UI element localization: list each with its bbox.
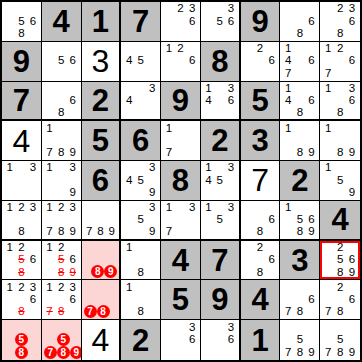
candidate-grid: 1267 <box>320 42 360 81</box>
candidate-grid: 356 <box>201 2 239 41</box>
cell-r8c7[interactable]: 4 <box>241 280 281 320</box>
cell-r9c3[interactable]: 4 <box>82 320 122 360</box>
candidate-mark: 2 <box>334 43 346 55</box>
given-digit: 3 <box>291 245 308 276</box>
cell-r9c6[interactable]: 36 <box>201 320 241 360</box>
cell-r4c9[interactable]: 189 <box>320 121 360 161</box>
cell-r5c5[interactable]: 8 <box>161 161 201 201</box>
candidate-mark: 9 <box>346 346 358 359</box>
cell-r6c1[interactable]: 1238 <box>2 201 42 241</box>
cell-r8c8[interactable]: 678 <box>280 280 320 320</box>
candidate-mark: 6 <box>306 15 318 27</box>
candidate-mark: 1 <box>163 43 175 55</box>
candidate-mark: 1 <box>44 162 56 174</box>
candidate-mark: 9 <box>67 226 79 238</box>
given-digit: 3 <box>251 125 268 156</box>
cell-r5c9[interactable]: 159 <box>320 161 360 201</box>
candidate-mark: 6 <box>27 254 39 266</box>
candidate-mark: 8 <box>294 106 306 118</box>
candidate-mark: 8 <box>294 147 306 159</box>
candidate-mark: 1 <box>203 162 214 174</box>
cell-r8c2[interactable]: 123678 <box>42 280 82 320</box>
candidate-mark: 6 <box>306 55 318 67</box>
cell-r7c5[interactable]: 4 <box>161 241 201 281</box>
candidate-mark: 8 <box>294 306 306 318</box>
given-digit: 6 <box>132 125 149 156</box>
highlighted-candidate-mark: 5 <box>15 333 28 346</box>
candidate-mark: 6 <box>346 55 358 67</box>
cell-r2c3[interactable]: 3 <box>82 42 122 82</box>
cell-r5c7[interactable]: 7 <box>241 161 281 201</box>
candidate-mark: 6 <box>306 294 318 306</box>
cell-r1c7[interactable]: 9 <box>241 2 281 42</box>
cell-r7c6[interactable]: 7 <box>201 241 241 281</box>
cell-r2c2[interactable]: 56 <box>42 42 82 82</box>
candidate-mark: 7 <box>163 147 175 159</box>
candidate-mark: 4 <box>282 55 294 67</box>
given-digit: 5 <box>172 284 189 315</box>
cell-r3c2[interactable]: 68 <box>42 82 82 122</box>
cell-r1c2[interactable]: 4 <box>42 2 82 42</box>
cell-r3c6[interactable]: 1346 <box>201 82 241 122</box>
cell-r8c5[interactable]: 5 <box>161 280 201 320</box>
cell-r9c2[interactable]: 5789 <box>42 320 82 360</box>
cell-r6c4[interactable]: 359 <box>121 201 161 241</box>
cell-r1c4[interactable]: 7 <box>121 2 161 42</box>
cell-r6c6[interactable]: 135 <box>201 201 241 241</box>
cell-r9c4[interactable]: 2 <box>121 320 161 360</box>
candidate-grid: 18 <box>121 280 160 319</box>
eliminated-candidate-mark: 9 <box>67 266 79 278</box>
cell-r4c7[interactable]: 3 <box>241 121 281 161</box>
candidate-mark: 3 <box>225 162 236 174</box>
candidate-grid: 1346 <box>201 82 239 120</box>
cell-r4c6[interactable]: 2 <box>201 121 241 161</box>
given-digit: 7 <box>13 85 30 116</box>
candidate-mark: 1 <box>4 242 16 254</box>
candidate-mark: 7 <box>84 226 95 238</box>
cell-r6c5[interactable]: 137 <box>161 201 201 241</box>
candidate-mark: 7 <box>44 147 56 159</box>
candidate-mark: 6 <box>266 55 278 67</box>
candidate-mark: 9 <box>67 147 79 159</box>
given-digit: 2 <box>211 125 228 156</box>
candidate-mark: 8 <box>254 226 266 238</box>
candidate-mark: 4 <box>123 55 135 67</box>
candidate-mark: 3 <box>186 321 198 334</box>
candidate-grid: 34 <box>121 82 160 120</box>
candidate-mark: 5 <box>214 174 225 186</box>
candidate-mark: 3 <box>147 83 159 95</box>
candidate-mark: 3 <box>67 162 79 174</box>
candidate-grid: 1789 <box>42 121 81 160</box>
candidate-grid: 568 <box>2 2 41 41</box>
candidate-mark: 8 <box>334 28 346 40</box>
given-digit: 4 <box>251 284 268 315</box>
candidate-mark: 6 <box>346 94 358 106</box>
candidate-mark: 6 <box>225 334 236 347</box>
cell-r1c9[interactable]: 2368 <box>320 2 360 42</box>
cell-r2c1[interactable]: 9 <box>2 42 42 82</box>
candidate-mark: 8 <box>294 28 306 40</box>
candidate-mark: 1 <box>4 162 16 174</box>
candidate-mark: 1 <box>322 83 334 95</box>
cell-r5c1[interactable]: 13 <box>2 161 42 201</box>
candidate-mark: 9 <box>346 266 358 278</box>
candidate-mark: 1 <box>44 242 56 254</box>
candidate-mark: 2 <box>254 242 266 254</box>
candidate-mark: 3 <box>225 83 236 95</box>
cell-r1c8[interactable]: 68 <box>280 2 320 42</box>
candidate-grid: 1238 <box>2 201 41 239</box>
cell-r3c7[interactable]: 5 <box>241 82 281 122</box>
cell-r3c8[interactable]: 1468 <box>280 82 320 122</box>
candidate-mark: 1 <box>163 202 175 214</box>
candidate-mark: 7 <box>282 67 294 79</box>
candidate-mark: 9 <box>67 187 79 199</box>
solved-digit: 4 <box>12 125 30 157</box>
cell-r9c8[interactable]: 5789 <box>280 320 320 360</box>
cell-r6c2[interactable]: 123789 <box>42 201 82 241</box>
cell-r2c9[interactable]: 1267 <box>320 42 360 82</box>
candidate-mark: 2 <box>334 281 346 293</box>
cell-r1c5[interactable]: 236 <box>161 2 201 42</box>
given-digit: 5 <box>92 125 109 156</box>
cell-r3c4[interactable]: 34 <box>121 82 161 122</box>
candidate-grid: 135 <box>201 201 239 239</box>
candidate-mark: 3 <box>225 321 236 334</box>
candidate-grid: 25689 <box>320 241 360 280</box>
candidate-mark: 1 <box>282 202 294 214</box>
candidate-mark: 2 <box>55 242 67 254</box>
eliminated-candidate-mark: 7 <box>44 306 56 318</box>
cell-r1c3[interactable]: 1 <box>82 2 122 42</box>
highlighted-candidate-mark: 8 <box>91 265 104 278</box>
candidate-grid: 5789 <box>280 320 319 360</box>
candidate-mark: 2 <box>16 202 28 214</box>
candidate-mark: 8 <box>334 346 346 359</box>
candidate-grid: 56 <box>42 42 81 81</box>
candidate-mark: 3 <box>147 162 159 174</box>
candidate-mark: 6 <box>225 94 236 106</box>
candidate-mark: 6 <box>67 294 79 306</box>
candidate-mark: 4 <box>123 94 135 106</box>
given-digit: 9 <box>211 284 228 315</box>
candidate-mark: 2 <box>334 3 346 15</box>
solved-digit: 4 <box>92 324 110 356</box>
candidate-mark: 4 <box>282 94 294 106</box>
candidate-grid: 126 <box>161 42 200 81</box>
candidate-mark: 2 <box>16 242 28 254</box>
candidate-grid: 26 <box>241 42 280 81</box>
candidate-mark: 3 <box>27 202 39 214</box>
candidate-mark: 1 <box>322 162 334 174</box>
cell-r5c4[interactable]: 3459 <box>121 161 161 201</box>
given-digit: 4 <box>172 245 189 276</box>
candidate-grid: 78 <box>82 280 120 319</box>
candidate-mark: 1 <box>203 202 214 214</box>
candidate-grid: 58 <box>2 320 41 360</box>
candidate-mark: 8 <box>294 346 306 359</box>
candidate-grid: 678 <box>280 280 319 319</box>
cell-r4c1[interactable]: 4 <box>2 121 42 161</box>
cell-r3c9[interactable]: 1368 <box>320 82 360 122</box>
candidate-grid: 139 <box>42 161 81 200</box>
candidate-mark: 1 <box>44 122 56 134</box>
given-digit: 4 <box>331 204 348 235</box>
candidate-mark: 5 <box>135 214 147 226</box>
candidate-grid: 189 <box>320 121 360 160</box>
candidate-mark: 3 <box>67 202 79 214</box>
candidate-grid: 359 <box>121 201 160 239</box>
eliminated-candidate-mark: 8 <box>16 266 28 278</box>
cell-r7c8[interactable]: 3 <box>280 241 320 281</box>
candidate-mark: 6 <box>67 55 79 67</box>
eliminated-candidate-mark: 5 <box>55 254 67 266</box>
candidate-mark: 8 <box>334 266 346 278</box>
given-digit: 2 <box>132 325 149 356</box>
candidate-mark: 2 <box>334 242 346 254</box>
candidate-mark: 6 <box>306 214 318 226</box>
candidate-mark: 8 <box>16 226 28 238</box>
candidate-mark: 7 <box>322 67 334 79</box>
candidate-mark: 6 <box>27 294 39 306</box>
candidate-mark: 5 <box>135 174 147 186</box>
cell-r9c9[interactable]: 5789 <box>320 320 360 360</box>
cell-r7c1[interactable]: 12658 <box>2 241 42 281</box>
candidate-grid: 12658 <box>2 241 41 280</box>
candidate-grid: 137 <box>161 201 200 239</box>
candidate-mark: 9 <box>306 346 318 359</box>
candidate-mark: 7 <box>282 306 294 318</box>
candidate-grid: 3459 <box>121 161 160 200</box>
cell-r4c8[interactable]: 189 <box>280 121 320 161</box>
cell-r3c3[interactable]: 2 <box>82 82 122 122</box>
cell-r2c7[interactable]: 26 <box>241 42 281 82</box>
candidate-mark: 7 <box>44 226 56 238</box>
candidate-mark: 1 <box>123 242 135 254</box>
candidate-mark: 4 <box>203 174 214 186</box>
cell-r8c3[interactable]: 78 <box>82 280 122 320</box>
candidate-grid: 5789 <box>42 320 81 360</box>
candidate-mark: 3 <box>186 3 198 15</box>
candidate-grid: 36 <box>201 320 239 360</box>
given-digit: 8 <box>172 165 189 196</box>
candidate-grid: 236 <box>161 2 200 41</box>
candidate-grid: 268 <box>241 241 280 280</box>
candidate-grid: 189 <box>280 121 319 160</box>
candidate-mark: 8 <box>254 266 266 278</box>
candidate-mark: 8 <box>55 226 67 238</box>
cell-r7c9[interactable]: 25689 <box>320 241 360 281</box>
candidate-mark: 3 <box>346 3 358 15</box>
candidate-mark: 3 <box>27 281 39 293</box>
candidate-mark: 6 <box>346 15 358 27</box>
candidate-mark: 1 <box>44 281 56 293</box>
cell-r2c8[interactable]: 1467 <box>280 42 320 82</box>
highlighted-candidate-mark: 5 <box>57 333 70 346</box>
candidate-mark: 6 <box>346 294 358 306</box>
candidate-mark: 5 <box>55 55 67 67</box>
candidate-mark: 1 <box>203 83 214 95</box>
candidate-mark: 1 <box>282 43 294 55</box>
candidate-mark: 6 <box>306 94 318 106</box>
candidate-mark: 8 <box>55 106 67 118</box>
cell-r4c5[interactable]: 17 <box>161 121 201 161</box>
candidate-grid: 2368 <box>320 2 360 41</box>
cell-r7c7[interactable]: 268 <box>241 241 281 281</box>
candidate-mark: 6 <box>266 254 278 266</box>
candidate-mark: 3 <box>27 162 39 174</box>
candidate-mark: 8 <box>334 306 346 318</box>
eliminated-candidate-mark: 5 <box>16 254 28 266</box>
candidate-grid: 12368 <box>2 280 41 319</box>
candidate-grid: 17 <box>161 121 200 160</box>
cell-r4c2[interactable]: 1789 <box>42 121 82 161</box>
cell-r6c7[interactable]: 68 <box>241 201 281 241</box>
candidate-mark: 9 <box>106 226 117 238</box>
cell-r4c4[interactable]: 6 <box>121 121 161 161</box>
candidate-mark: 1 <box>4 281 16 293</box>
candidate-mark: 3 <box>225 202 236 214</box>
given-digit: 9 <box>251 6 268 37</box>
highlighted-candidate-mark: 8 <box>57 346 70 359</box>
cell-r5c8[interactable]: 2 <box>280 161 320 201</box>
candidate-mark: 1 <box>322 43 334 55</box>
given-digit: 4 <box>53 6 70 37</box>
candidate-grid: 1368 <box>320 82 360 120</box>
candidate-mark: 9 <box>306 226 318 238</box>
cell-r8c9[interactable]: 2678 <box>320 280 360 320</box>
given-digit: 6 <box>92 165 109 196</box>
candidate-mark: 5 <box>294 334 306 347</box>
cell-r1c1[interactable]: 568 <box>2 2 42 42</box>
cell-r5c6[interactable]: 1345 <box>201 161 241 201</box>
candidate-grid: 1345 <box>201 161 239 200</box>
given-digit: 7 <box>211 245 228 276</box>
candidate-mark: 7 <box>322 346 334 359</box>
given-digit: 2 <box>291 165 308 196</box>
given-digit: 7 <box>132 6 149 37</box>
candidate-grid: 15689 <box>280 201 319 239</box>
candidate-mark: 5 <box>334 254 346 266</box>
cell-r7c4[interactable]: 18 <box>121 241 161 281</box>
highlighted-candidate-mark: 8 <box>97 305 110 318</box>
candidate-grid: 89 <box>82 241 120 280</box>
given-digit: 9 <box>172 85 189 116</box>
given-digit: 1 <box>92 6 109 37</box>
candidate-mark: 6 <box>186 55 198 67</box>
candidate-mark: 8 <box>135 306 147 318</box>
candidate-grid: 45 <box>121 42 160 81</box>
candidate-grid: 68 <box>241 201 280 239</box>
candidate-mark: 2 <box>16 281 28 293</box>
candidate-mark: 8 <box>95 226 106 238</box>
candidate-grid: 68 <box>280 2 319 41</box>
candidate-mark: 8 <box>135 266 147 278</box>
cell-r2c5[interactable]: 126 <box>161 42 201 82</box>
candidate-mark: 6 <box>27 15 39 27</box>
candidate-mark: 3 <box>67 281 79 293</box>
cell-r7c2[interactable]: 126589 <box>42 241 82 281</box>
candidate-mark: 1 <box>282 83 294 95</box>
candidate-mark: 8 <box>55 147 67 159</box>
candidate-mark: 1 <box>4 202 16 214</box>
candidate-mark: 1 <box>123 281 135 293</box>
highlighted-candidate-mark: 8 <box>15 346 28 359</box>
cell-r8c4[interactable]: 18 <box>121 280 161 320</box>
candidate-mark: 7 <box>322 306 334 318</box>
candidate-mark: 7 <box>282 346 294 359</box>
cell-r5c2[interactable]: 139 <box>42 161 82 201</box>
candidate-mark: 5 <box>334 174 346 186</box>
cell-r4c3[interactable]: 5 <box>82 121 122 161</box>
candidate-grid: 789 <box>82 201 120 239</box>
eliminated-candidate-mark: 8 <box>55 306 67 318</box>
candidate-mark: 5 <box>214 15 225 27</box>
highlighted-candidate-mark: 7 <box>84 305 97 318</box>
candidate-mark: 2 <box>254 43 266 55</box>
candidate-mark: 2 <box>55 202 67 214</box>
candidate-mark: 1 <box>322 122 334 134</box>
cell-r6c3[interactable]: 789 <box>82 201 122 241</box>
candidate-grid: 126589 <box>42 241 81 280</box>
cell-r8c1[interactable]: 12368 <box>2 280 42 320</box>
cell-r3c5[interactable]: 9 <box>161 82 201 122</box>
sudoku-board: 5684172363569682368956345126826146712677… <box>0 0 362 362</box>
given-digit: 8 <box>211 46 228 77</box>
cell-r6c9[interactable]: 4 <box>320 201 360 241</box>
cell-r5c3[interactable]: 6 <box>82 161 122 201</box>
candidate-mark: 6 <box>186 334 198 347</box>
cell-r6c8[interactable]: 15689 <box>280 201 320 241</box>
candidate-mark: 4 <box>123 174 135 186</box>
candidate-grid: 1468 <box>280 82 319 120</box>
given-digit: 1 <box>251 325 268 356</box>
candidate-mark: 3 <box>225 3 236 15</box>
cell-r9c1[interactable]: 58 <box>2 320 42 360</box>
highlighted-candidate-mark: 9 <box>104 265 117 278</box>
candidate-mark: 8 <box>334 106 346 118</box>
candidate-grid: 159 <box>320 161 360 200</box>
cell-r9c7[interactable]: 1 <box>241 320 281 360</box>
candidate-mark: 6 <box>186 15 198 27</box>
candidate-mark: 5 <box>334 334 346 347</box>
candidate-grid: 13 <box>2 161 41 200</box>
candidate-mark: 8 <box>294 226 306 238</box>
candidate-mark: 2 <box>175 3 187 15</box>
candidate-grid: 123678 <box>42 280 81 319</box>
cell-r1c6[interactable]: 356 <box>201 2 241 42</box>
candidate-mark: 6 <box>67 254 79 266</box>
candidate-mark: 6 <box>67 94 79 106</box>
candidate-mark: 9 <box>346 187 358 199</box>
candidate-mark: 2 <box>175 43 187 55</box>
cell-r3c1[interactable]: 7 <box>2 82 42 122</box>
candidate-mark: 6 <box>266 214 278 226</box>
cell-r2c6[interactable]: 8 <box>201 42 241 82</box>
eliminated-candidate-mark: 8 <box>55 266 67 278</box>
cell-r9c5[interactable]: 36 <box>161 320 201 360</box>
candidate-grid: 68 <box>42 82 81 120</box>
cell-r8c6[interactable]: 9 <box>201 280 241 320</box>
cell-r7c3[interactable]: 89 <box>82 241 122 281</box>
cell-r2c4[interactable]: 45 <box>121 42 161 82</box>
candidate-mark: 3 <box>147 202 159 214</box>
candidate-grid: 1467 <box>280 42 319 81</box>
candidate-mark: 3 <box>186 202 198 214</box>
candidate-mark: 1 <box>44 202 56 214</box>
